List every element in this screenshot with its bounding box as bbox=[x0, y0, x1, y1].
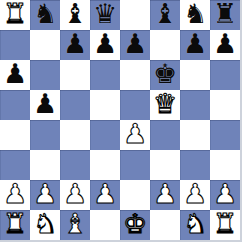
square-e3[interactable] bbox=[120, 150, 150, 180]
square-a4[interactable] bbox=[0, 120, 30, 150]
square-e2[interactable] bbox=[120, 180, 150, 210]
piece-black-rook-h8[interactable]: ♜ bbox=[213, 0, 237, 29]
square-e6[interactable] bbox=[120, 60, 150, 90]
piece-black-pawn-d7[interactable]: ♟ bbox=[93, 29, 117, 59]
square-e5[interactable] bbox=[120, 90, 150, 120]
square-g3[interactable] bbox=[180, 150, 210, 180]
square-g5[interactable] bbox=[180, 90, 210, 120]
square-g1[interactable]: ♞ bbox=[180, 210, 210, 240]
square-c7[interactable]: ♟ bbox=[60, 30, 90, 60]
piece-white-rook-h1[interactable]: ♜ bbox=[213, 209, 237, 239]
square-a2[interactable]: ♟ bbox=[0, 180, 30, 210]
piece-black-bishop-f8[interactable]: ♝ bbox=[153, 0, 177, 29]
piece-white-rook-a1[interactable]: ♜ bbox=[3, 209, 27, 239]
chess-app-frame: ♜♞♝♛♝♞♜♟♟♟♟♟♟♚♟♛♟♟♟♟♟♟♟♟♜♞♝♚♞♜ bbox=[0, 0, 242, 242]
square-h1[interactable]: ♜ bbox=[210, 210, 240, 240]
square-h3[interactable] bbox=[210, 150, 240, 180]
square-e4[interactable]: ♟ bbox=[120, 120, 150, 150]
square-e7[interactable]: ♟ bbox=[120, 30, 150, 60]
square-b3[interactable] bbox=[30, 150, 60, 180]
piece-black-king-f6[interactable]: ♚ bbox=[153, 59, 177, 89]
square-f7[interactable] bbox=[150, 30, 180, 60]
square-d7[interactable]: ♟ bbox=[90, 30, 120, 60]
square-g4[interactable] bbox=[180, 120, 210, 150]
square-f6[interactable]: ♚ bbox=[150, 60, 180, 90]
square-g6[interactable] bbox=[180, 60, 210, 90]
piece-white-knight-g1[interactable]: ♞ bbox=[183, 209, 207, 239]
square-b2[interactable]: ♟ bbox=[30, 180, 60, 210]
piece-white-queen-f5[interactable]: ♛ bbox=[153, 89, 177, 119]
square-b4[interactable] bbox=[30, 120, 60, 150]
piece-black-bishop-c8[interactable]: ♝ bbox=[63, 0, 87, 29]
square-f3[interactable] bbox=[150, 150, 180, 180]
square-h6[interactable] bbox=[210, 60, 240, 90]
square-e1[interactable]: ♚ bbox=[120, 210, 150, 240]
square-a7[interactable] bbox=[0, 30, 30, 60]
square-d2[interactable]: ♟ bbox=[90, 180, 120, 210]
square-h2[interactable]: ♟ bbox=[210, 180, 240, 210]
square-b5[interactable]: ♟ bbox=[30, 90, 60, 120]
square-f4[interactable] bbox=[150, 120, 180, 150]
square-b6[interactable] bbox=[30, 60, 60, 90]
square-h8[interactable]: ♜ bbox=[210, 0, 240, 30]
square-g8[interactable]: ♞ bbox=[180, 0, 210, 30]
piece-white-knight-b1[interactable]: ♞ bbox=[33, 209, 57, 239]
square-f2[interactable]: ♟ bbox=[150, 180, 180, 210]
chess-board: ♜♞♝♛♝♞♜♟♟♟♟♟♟♚♟♛♟♟♟♟♟♟♟♟♜♞♝♚♞♜ bbox=[0, 0, 240, 240]
square-d4[interactable] bbox=[90, 120, 120, 150]
square-g7[interactable]: ♟ bbox=[180, 30, 210, 60]
piece-black-pawn-a6[interactable]: ♟ bbox=[3, 59, 27, 89]
square-a5[interactable] bbox=[0, 90, 30, 120]
piece-white-bishop-c1[interactable]: ♝ bbox=[63, 209, 87, 239]
piece-black-pawn-e7[interactable]: ♟ bbox=[123, 29, 147, 59]
square-e8[interactable] bbox=[120, 0, 150, 30]
piece-white-pawn-c2[interactable]: ♟ bbox=[63, 179, 87, 209]
square-a6[interactable]: ♟ bbox=[0, 60, 30, 90]
square-b7[interactable] bbox=[30, 30, 60, 60]
piece-white-king-e1[interactable]: ♚ bbox=[123, 209, 147, 239]
square-a3[interactable] bbox=[0, 150, 30, 180]
square-c1[interactable]: ♝ bbox=[60, 210, 90, 240]
piece-black-pawn-c7[interactable]: ♟ bbox=[63, 29, 87, 59]
piece-white-rook-a8[interactable]: ♜ bbox=[3, 0, 27, 29]
square-f8[interactable]: ♝ bbox=[150, 0, 180, 30]
square-d6[interactable] bbox=[90, 60, 120, 90]
piece-black-queen-d8[interactable]: ♛ bbox=[93, 0, 117, 29]
piece-white-pawn-d2[interactable]: ♟ bbox=[93, 179, 117, 209]
piece-white-pawn-e4[interactable]: ♟ bbox=[123, 119, 147, 149]
piece-black-knight-g8[interactable]: ♞ bbox=[183, 0, 207, 29]
square-c3[interactable] bbox=[60, 150, 90, 180]
piece-black-knight-b8[interactable]: ♞ bbox=[33, 0, 57, 29]
square-c6[interactable] bbox=[60, 60, 90, 90]
square-d8[interactable]: ♛ bbox=[90, 0, 120, 30]
square-b1[interactable]: ♞ bbox=[30, 210, 60, 240]
square-b8[interactable]: ♞ bbox=[30, 0, 60, 30]
piece-white-pawn-b2[interactable]: ♟ bbox=[33, 179, 57, 209]
square-h4[interactable] bbox=[210, 120, 240, 150]
square-d5[interactable] bbox=[90, 90, 120, 120]
square-f5[interactable]: ♛ bbox=[150, 90, 180, 120]
square-d1[interactable] bbox=[90, 210, 120, 240]
square-d3[interactable] bbox=[90, 150, 120, 180]
square-a8[interactable]: ♜ bbox=[0, 0, 30, 30]
piece-black-pawn-g7[interactable]: ♟ bbox=[183, 29, 207, 59]
square-c8[interactable]: ♝ bbox=[60, 0, 90, 30]
piece-black-pawn-h7[interactable]: ♟ bbox=[213, 29, 237, 59]
piece-white-pawn-f2[interactable]: ♟ bbox=[153, 179, 177, 209]
square-h5[interactable] bbox=[210, 90, 240, 120]
piece-white-pawn-a2[interactable]: ♟ bbox=[3, 179, 27, 209]
square-c2[interactable]: ♟ bbox=[60, 180, 90, 210]
square-h7[interactable]: ♟ bbox=[210, 30, 240, 60]
square-g2[interactable]: ♟ bbox=[180, 180, 210, 210]
piece-white-pawn-g2[interactable]: ♟ bbox=[183, 179, 207, 209]
piece-black-pawn-b5[interactable]: ♟ bbox=[33, 89, 57, 119]
square-a1[interactable]: ♜ bbox=[0, 210, 30, 240]
square-c5[interactable] bbox=[60, 90, 90, 120]
square-c4[interactable] bbox=[60, 120, 90, 150]
piece-white-pawn-h2[interactable]: ♟ bbox=[213, 179, 237, 209]
square-f1[interactable] bbox=[150, 210, 180, 240]
